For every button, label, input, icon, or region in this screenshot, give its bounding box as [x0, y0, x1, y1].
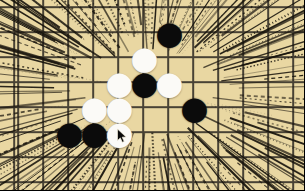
black-stone: ● — [131, 71, 156, 96]
board-intersection[interactable] — [231, 20, 256, 45]
board-intersection[interactable]: ● — [156, 70, 181, 95]
board-intersection[interactable] — [256, 20, 281, 45]
board-intersection[interactable] — [281, 95, 305, 120]
board-intersection[interactable] — [206, 20, 231, 45]
board-intersection[interactable] — [281, 70, 305, 95]
board-intersection[interactable] — [256, 95, 281, 120]
black-stone: ● — [81, 121, 106, 146]
board-intersection[interactable] — [231, 70, 256, 95]
board-intersection[interactable] — [131, 120, 156, 145]
board-intersection[interactable] — [281, 120, 305, 145]
board-intersection[interactable] — [181, 0, 206, 20]
board-intersection[interactable] — [231, 170, 256, 191]
board-intersection[interactable]: ● — [81, 120, 106, 145]
board-intersection[interactable] — [256, 70, 281, 95]
board-intersection[interactable] — [6, 0, 31, 20]
board-intersection[interactable] — [281, 0, 305, 20]
board-intersection[interactable] — [56, 0, 81, 20]
board-intersection[interactable] — [181, 145, 206, 170]
board-intersection[interactable] — [281, 45, 305, 70]
board-intersection[interactable] — [56, 45, 81, 70]
board-intersection[interactable] — [231, 0, 256, 20]
board-intersection[interactable] — [131, 170, 156, 191]
white-stone: ● — [156, 71, 181, 96]
board-intersection[interactable] — [6, 145, 31, 170]
board-intersection[interactable] — [206, 45, 231, 70]
board-intersection[interactable] — [31, 170, 56, 191]
board-intersection[interactable] — [6, 95, 31, 120]
board-intersection[interactable] — [31, 45, 56, 70]
board-intersection[interactable] — [81, 45, 106, 70]
board-intersection[interactable] — [6, 120, 31, 145]
board-intersection[interactable] — [206, 120, 231, 145]
white-stone: ● — [106, 121, 131, 146]
board-intersection[interactable] — [231, 145, 256, 170]
board-intersection[interactable] — [231, 95, 256, 120]
board-intersection[interactable] — [206, 70, 231, 95]
board-intersection[interactable] — [56, 170, 81, 191]
board-intersection[interactable] — [181, 20, 206, 45]
board-intersection[interactable] — [31, 95, 56, 120]
black-stone: ● — [56, 121, 81, 146]
board-intersection[interactable] — [181, 45, 206, 70]
board-intersection[interactable]: ● — [156, 20, 181, 45]
board-grid[interactable]: ●●●●●●●●●●● — [6, 0, 305, 190]
board-intersection[interactable] — [156, 170, 181, 191]
board-intersection[interactable]: ● — [181, 95, 206, 120]
board-intersection[interactable] — [181, 170, 206, 191]
board-intersection[interactable] — [256, 145, 281, 170]
board-intersection[interactable] — [281, 145, 305, 170]
board-intersection[interactable] — [206, 170, 231, 191]
board-intersection[interactable] — [31, 70, 56, 95]
board[interactable]: ●●●●●●●●●●● — [0, 0, 304, 190]
board-intersection[interactable] — [206, 95, 231, 120]
board-intersection[interactable] — [81, 20, 106, 45]
board-intersection[interactable] — [131, 145, 156, 170]
board-intersection[interactable] — [231, 45, 256, 70]
board-intersection[interactable] — [256, 45, 281, 70]
board-intersection[interactable]: ● — [131, 70, 156, 95]
board-intersection[interactable] — [206, 145, 231, 170]
board-intersection[interactable] — [256, 0, 281, 20]
board-intersection[interactable] — [131, 0, 156, 20]
board-intersection[interactable] — [256, 170, 281, 191]
board-intersection[interactable] — [106, 170, 131, 191]
board-intersection[interactable] — [281, 170, 305, 191]
board-intersection[interactable] — [156, 145, 181, 170]
black-stone: ● — [156, 21, 181, 46]
board-intersection[interactable] — [256, 120, 281, 145]
board-intersection[interactable] — [56, 20, 81, 45]
board-intersection[interactable] — [81, 170, 106, 191]
board-intersection[interactable] — [281, 20, 305, 45]
board-intersection[interactable]: ● — [56, 120, 81, 145]
board-intersection[interactable] — [56, 70, 81, 95]
board-intersection[interactable] — [31, 20, 56, 45]
board-intersection[interactable] — [31, 120, 56, 145]
viewport: ●●●●●●●●●●● — [0, 0, 304, 190]
board-intersection[interactable] — [156, 120, 181, 145]
board-intersection[interactable] — [6, 20, 31, 45]
board-intersection[interactable] — [206, 0, 231, 20]
board-intersection[interactable] — [106, 0, 131, 20]
board-intersection[interactable] — [231, 120, 256, 145]
board-intersection[interactable] — [31, 145, 56, 170]
board-intersection[interactable]: ● — [106, 120, 131, 145]
board-intersection[interactable] — [31, 0, 56, 20]
board-intersection[interactable] — [6, 70, 31, 95]
board-intersection[interactable] — [6, 170, 31, 191]
black-stone: ● — [181, 96, 206, 121]
board-intersection[interactable] — [81, 0, 106, 20]
board-intersection[interactable] — [106, 20, 131, 45]
board-intersection[interactable] — [6, 45, 31, 70]
